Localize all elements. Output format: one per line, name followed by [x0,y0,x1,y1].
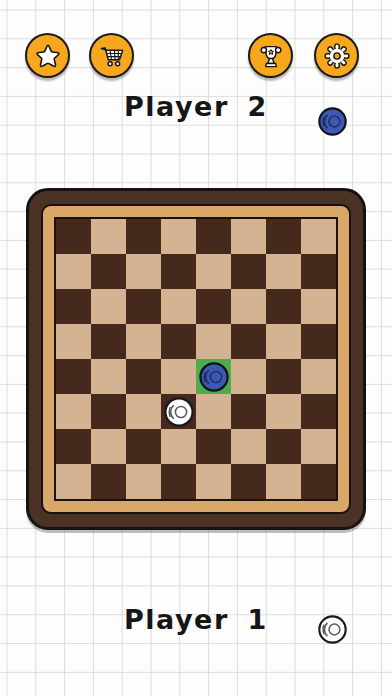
trophy-icon [256,41,286,71]
board-square[interactable] [196,324,231,359]
board-square[interactable] [301,359,336,394]
shop-button[interactable] [89,33,134,78]
board-square[interactable] [196,254,231,289]
board-square[interactable] [301,464,336,499]
board-square[interactable] [126,254,161,289]
board-square[interactable] [126,324,161,359]
cart-icon [97,41,127,71]
checker-white[interactable] [163,396,195,428]
board-square[interactable] [196,289,231,324]
board-square[interactable] [161,324,196,359]
player1-turn-piece [317,614,348,645]
board-square[interactable] [231,394,266,429]
board-square[interactable] [91,254,126,289]
board-square[interactable] [161,394,196,429]
board-square[interactable] [126,289,161,324]
checker-blue[interactable] [198,361,230,393]
board-frame [41,204,351,514]
board-square[interactable] [231,429,266,464]
board-grid [54,217,338,501]
board-square[interactable] [231,289,266,324]
board-square[interactable] [56,394,91,429]
board-square[interactable] [91,289,126,324]
board-square[interactable] [266,219,301,254]
checkers-board [26,188,366,530]
board-square[interactable] [91,464,126,499]
board-square[interactable] [161,219,196,254]
board-square[interactable] [301,254,336,289]
gear-icon [322,41,352,71]
board-square[interactable] [301,219,336,254]
board-square[interactable] [91,324,126,359]
board-square[interactable] [56,289,91,324]
board-square[interactable] [161,464,196,499]
board-square[interactable] [126,394,161,429]
board-square[interactable] [196,394,231,429]
board-square[interactable] [301,429,336,464]
board-square[interactable] [126,464,161,499]
board-square[interactable] [196,429,231,464]
board-square[interactable] [231,464,266,499]
board-square[interactable] [231,254,266,289]
board-square[interactable] [56,254,91,289]
board-square[interactable] [231,219,266,254]
board-square[interactable] [56,324,91,359]
board-square[interactable] [161,289,196,324]
board-square[interactable] [91,219,126,254]
board-square[interactable] [126,429,161,464]
star-icon [33,41,63,71]
board-square[interactable] [266,254,301,289]
board-square[interactable] [161,429,196,464]
board-square[interactable] [196,464,231,499]
board-square[interactable] [231,359,266,394]
board-square[interactable] [266,289,301,324]
board-square[interactable] [266,464,301,499]
favorites-button[interactable] [25,33,70,78]
settings-button[interactable] [314,33,359,78]
board-square[interactable] [196,219,231,254]
player2-turn-piece [317,106,348,137]
board-square[interactable] [56,464,91,499]
board-square[interactable] [56,429,91,464]
board-square[interactable] [91,429,126,464]
board-square[interactable] [161,359,196,394]
board-square[interactable] [56,219,91,254]
board-square[interactable] [266,359,301,394]
board-square[interactable] [301,289,336,324]
board-square[interactable] [91,394,126,429]
board-square[interactable] [266,394,301,429]
board-square[interactable] [161,254,196,289]
board-square[interactable] [126,219,161,254]
board-square[interactable] [266,429,301,464]
board-square[interactable] [266,324,301,359]
board-square[interactable] [301,324,336,359]
board-square[interactable] [126,359,161,394]
board-square[interactable] [196,359,231,394]
board-square[interactable] [56,359,91,394]
achievements-button[interactable] [248,33,293,78]
board-square[interactable] [301,394,336,429]
board-square[interactable] [231,324,266,359]
board-square[interactable] [91,359,126,394]
